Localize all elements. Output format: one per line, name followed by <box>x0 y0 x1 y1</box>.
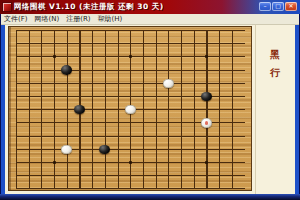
go-grid[interactable] <box>16 30 246 189</box>
title-bar[interactable]: 网络围棋 V1.10 (未注册版 还剩 30 天) – ▢ ✕ <box>0 0 300 14</box>
maximize-button[interactable]: ▢ <box>272 2 284 11</box>
last-move-marker <box>205 121 209 125</box>
turn-indicator-char: 行 <box>268 66 282 80</box>
menu-file[interactable]: 文件(F) <box>4 14 28 25</box>
minimize-button[interactable]: – <box>259 2 271 11</box>
black-stone[interactable] <box>99 145 110 155</box>
star-point <box>129 55 132 58</box>
app-window: 网络围棋 V1.10 (未注册版 还剩 30 天) – ▢ ✕ 文件(F) 网络… <box>0 0 300 200</box>
white-stone[interactable] <box>163 79 174 89</box>
window-title: 网络围棋 V1.10 (未注册版 还剩 30 天) <box>14 0 164 14</box>
star-point <box>129 161 132 164</box>
client-area: 黑 行 <box>5 25 295 194</box>
go-board <box>8 26 252 191</box>
close-button[interactable]: ✕ <box>285 2 297 11</box>
white-stone[interactable] <box>61 145 72 155</box>
star-point <box>53 161 56 164</box>
star-point <box>205 161 208 164</box>
window-bottom-border <box>0 194 300 200</box>
turn-indicator-char: 黑 <box>268 48 282 62</box>
app-icon <box>3 3 11 11</box>
window-controls: – ▢ ✕ <box>259 2 297 11</box>
turn-indicator: 黑 行 <box>268 48 282 80</box>
menu-register[interactable]: 注册(R) <box>66 14 90 25</box>
side-panel: 黑 行 <box>255 25 295 194</box>
black-stone[interactable] <box>61 65 72 75</box>
black-stone[interactable] <box>201 92 212 102</box>
star-point <box>53 55 56 58</box>
menu-network[interactable]: 网络(N) <box>35 14 60 25</box>
menu-bar: 文件(F) 网络(N) 注册(R) 帮助(H) <box>1 14 299 25</box>
white-stone[interactable] <box>125 105 136 115</box>
black-stone[interactable] <box>74 105 85 115</box>
star-point <box>205 55 208 58</box>
menu-help[interactable]: 帮助(H) <box>98 14 123 25</box>
